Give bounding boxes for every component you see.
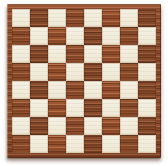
- square-e2: [84, 117, 102, 135]
- square-h1: [138, 135, 156, 153]
- square-f8: [102, 9, 120, 27]
- square-f2: [102, 117, 120, 135]
- square-b5: [30, 63, 48, 81]
- square-f3: [102, 99, 120, 117]
- square-g1: [120, 135, 138, 153]
- square-a6: [12, 45, 30, 63]
- square-a3: [12, 99, 30, 117]
- board-squares: [12, 9, 156, 153]
- square-h7: [138, 27, 156, 45]
- square-a7: [12, 27, 30, 45]
- square-h8: [138, 9, 156, 27]
- square-a2: [12, 117, 30, 135]
- square-c7: [48, 27, 66, 45]
- square-f7: [102, 27, 120, 45]
- square-e5: [84, 63, 102, 81]
- product-photo-background: [0, 0, 168, 166]
- square-g7: [120, 27, 138, 45]
- square-h2: [138, 117, 156, 135]
- square-c4: [48, 81, 66, 99]
- square-b1: [30, 135, 48, 153]
- square-a4: [12, 81, 30, 99]
- square-e3: [84, 99, 102, 117]
- square-c6: [48, 45, 66, 63]
- square-h5: [138, 63, 156, 81]
- square-a8: [12, 9, 30, 27]
- square-d3: [66, 99, 84, 117]
- square-d2: [66, 117, 84, 135]
- square-f1: [102, 135, 120, 153]
- square-a5: [12, 63, 30, 81]
- square-b3: [30, 99, 48, 117]
- square-d5: [66, 63, 84, 81]
- square-d7: [66, 27, 84, 45]
- square-f6: [102, 45, 120, 63]
- square-h6: [138, 45, 156, 63]
- square-b4: [30, 81, 48, 99]
- square-b2: [30, 117, 48, 135]
- square-a1: [12, 135, 30, 153]
- square-b7: [30, 27, 48, 45]
- square-c8: [48, 9, 66, 27]
- square-e1: [84, 135, 102, 153]
- square-b6: [30, 45, 48, 63]
- square-d8: [66, 9, 84, 27]
- square-h4: [138, 81, 156, 99]
- square-d1: [66, 135, 84, 153]
- square-c2: [48, 117, 66, 135]
- square-g3: [120, 99, 138, 117]
- square-c1: [48, 135, 66, 153]
- square-d4: [66, 81, 84, 99]
- square-g4: [120, 81, 138, 99]
- square-e7: [84, 27, 102, 45]
- square-g2: [120, 117, 138, 135]
- square-h3: [138, 99, 156, 117]
- chessboard: [7, 4, 161, 158]
- square-e8: [84, 9, 102, 27]
- square-c5: [48, 63, 66, 81]
- square-e6: [84, 45, 102, 63]
- square-g8: [120, 9, 138, 27]
- square-g5: [120, 63, 138, 81]
- square-c3: [48, 99, 66, 117]
- square-b8: [30, 9, 48, 27]
- square-e4: [84, 81, 102, 99]
- square-g6: [120, 45, 138, 63]
- square-f5: [102, 63, 120, 81]
- square-d6: [66, 45, 84, 63]
- square-f4: [102, 81, 120, 99]
